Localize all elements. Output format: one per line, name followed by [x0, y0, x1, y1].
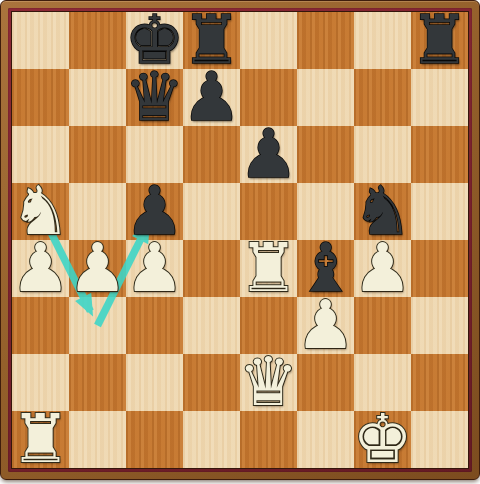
square-a1[interactable]: ♜: [12, 411, 69, 468]
piece-black-pawn[interactable]: ♟: [183, 69, 240, 126]
square-f6[interactable]: [297, 126, 354, 183]
square-h1[interactable]: [411, 411, 468, 468]
square-b4[interactable]: ♟: [69, 240, 126, 297]
square-d3[interactable]: [183, 297, 240, 354]
piece-white-pawn[interactable]: ♟: [69, 240, 126, 297]
square-d1[interactable]: [183, 411, 240, 468]
square-c4[interactable]: ♟: [126, 240, 183, 297]
square-h3[interactable]: [411, 297, 468, 354]
piece-white-pawn[interactable]: ♟: [354, 240, 411, 297]
square-f3[interactable]: ♟: [297, 297, 354, 354]
square-g8[interactable]: [354, 12, 411, 69]
square-f7[interactable]: [297, 69, 354, 126]
square-c7[interactable]: ♛: [126, 69, 183, 126]
square-b6[interactable]: [69, 126, 126, 183]
square-c1[interactable]: [126, 411, 183, 468]
square-b1[interactable]: [69, 411, 126, 468]
piece-white-pawn[interactable]: ♟: [126, 240, 183, 297]
square-b8[interactable]: [69, 12, 126, 69]
square-d2[interactable]: [183, 354, 240, 411]
square-h4[interactable]: [411, 240, 468, 297]
square-f1[interactable]: [297, 411, 354, 468]
piece-white-rook[interactable]: ♜: [12, 411, 69, 468]
piece-black-pawn[interactable]: ♟: [240, 126, 297, 183]
square-a8[interactable]: [12, 12, 69, 69]
square-b7[interactable]: [69, 69, 126, 126]
square-h6[interactable]: [411, 126, 468, 183]
square-d5[interactable]: [183, 183, 240, 240]
square-d7[interactable]: ♟: [183, 69, 240, 126]
square-g1[interactable]: ♚: [354, 411, 411, 468]
square-f8[interactable]: [297, 12, 354, 69]
square-h8[interactable]: ♜: [411, 12, 468, 69]
chess-board: ♚♜♜♛♟♟♞♟♞♟♟♟♜♝♟♟♛♜♚: [11, 11, 469, 469]
square-e4[interactable]: ♜: [240, 240, 297, 297]
board-widget: ♚♜♜♛♟♟♞♟♞♟♟♟♜♝♟♟♛♜♚: [0, 0, 480, 484]
piece-white-queen[interactable]: ♛: [240, 354, 297, 411]
square-d4[interactable]: [183, 240, 240, 297]
square-h2[interactable]: [411, 354, 468, 411]
square-g7[interactable]: [354, 69, 411, 126]
piece-black-rook[interactable]: ♜: [411, 12, 468, 69]
square-e2[interactable]: ♛: [240, 354, 297, 411]
square-a4[interactable]: ♟: [12, 240, 69, 297]
frame-inner-border: ♚♜♜♛♟♟♞♟♞♟♟♟♜♝♟♟♛♜♚: [8, 8, 472, 472]
square-e8[interactable]: [240, 12, 297, 69]
piece-white-pawn[interactable]: ♟: [12, 240, 69, 297]
square-g4[interactable]: ♟: [354, 240, 411, 297]
piece-white-rook[interactable]: ♜: [240, 240, 297, 297]
square-b2[interactable]: [69, 354, 126, 411]
square-h5[interactable]: [411, 183, 468, 240]
piece-white-king[interactable]: ♚: [354, 411, 411, 468]
piece-black-queen[interactable]: ♛: [126, 69, 183, 126]
board-frame: ♚♜♜♛♟♟♞♟♞♟♟♟♜♝♟♟♛♜♚: [0, 0, 480, 480]
piece-white-pawn[interactable]: ♟: [297, 297, 354, 354]
square-e6[interactable]: ♟: [240, 126, 297, 183]
square-a7[interactable]: [12, 69, 69, 126]
square-c2[interactable]: [126, 354, 183, 411]
